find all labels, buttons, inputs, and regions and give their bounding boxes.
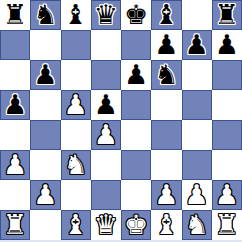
square-a1[interactable]: ♜ <box>0 210 30 240</box>
square-e5[interactable] <box>121 90 151 120</box>
square-a6[interactable] <box>0 60 30 90</box>
piece-black-knight[interactable]: ♞ <box>33 0 57 30</box>
square-h1[interactable]: ♜ <box>212 210 242 240</box>
square-b2[interactable]: ♟ <box>30 180 60 210</box>
square-g6[interactable] <box>182 60 212 90</box>
square-c6[interactable] <box>61 60 91 90</box>
square-e2[interactable] <box>121 180 151 210</box>
square-f1[interactable]: ♝ <box>151 210 181 240</box>
square-h5[interactable] <box>212 90 242 120</box>
square-g1[interactable]: ♞ <box>182 210 212 240</box>
square-g4[interactable] <box>182 120 212 150</box>
piece-black-pawn[interactable]: ♟ <box>185 30 209 60</box>
piece-white-bishop[interactable]: ♝ <box>154 210 178 240</box>
square-f6[interactable]: ♞ <box>151 60 181 90</box>
piece-black-bishop[interactable]: ♝ <box>64 0 88 30</box>
piece-white-pawn[interactable]: ♟ <box>215 180 239 210</box>
square-h4[interactable] <box>212 120 242 150</box>
square-c7[interactable] <box>61 30 91 60</box>
square-h7[interactable]: ♟ <box>212 30 242 60</box>
square-g5[interactable] <box>182 90 212 120</box>
square-g7[interactable]: ♟ <box>182 30 212 60</box>
piece-black-rook[interactable]: ♜ <box>215 0 239 30</box>
piece-black-pawn[interactable]: ♟ <box>215 30 239 60</box>
square-e3[interactable] <box>121 150 151 180</box>
square-d6[interactable] <box>91 60 121 90</box>
piece-black-pawn[interactable]: ♟ <box>33 60 57 90</box>
square-f8[interactable]: ♝ <box>151 0 181 30</box>
square-d7[interactable] <box>91 30 121 60</box>
square-b7[interactable] <box>30 30 60 60</box>
square-d5[interactable]: ♟ <box>91 90 121 120</box>
square-c1[interactable]: ♝ <box>61 210 91 240</box>
piece-white-rook[interactable]: ♜ <box>3 210 27 240</box>
piece-white-rook[interactable]: ♜ <box>215 210 239 240</box>
square-a3[interactable]: ♟ <box>0 150 30 180</box>
piece-black-pawn[interactable]: ♟ <box>124 60 148 90</box>
piece-black-pawn[interactable]: ♟ <box>94 90 118 120</box>
square-g8[interactable] <box>182 0 212 30</box>
square-c3[interactable]: ♞ <box>61 150 91 180</box>
square-h3[interactable] <box>212 150 242 180</box>
square-b8[interactable]: ♞ <box>30 0 60 30</box>
piece-black-queen[interactable]: ♛ <box>94 0 118 30</box>
square-e6[interactable]: ♟ <box>121 60 151 90</box>
square-b6[interactable]: ♟ <box>30 60 60 90</box>
piece-black-pawn[interactable]: ♟ <box>154 30 178 60</box>
square-d8[interactable]: ♛ <box>91 0 121 30</box>
square-c5[interactable]: ♟ <box>61 90 91 120</box>
square-e1[interactable]: ♚ <box>121 210 151 240</box>
piece-black-king[interactable]: ♚ <box>124 0 148 30</box>
piece-black-knight[interactable]: ♞ <box>154 60 178 90</box>
square-c2[interactable] <box>61 180 91 210</box>
square-b5[interactable] <box>30 90 60 120</box>
chess-app: ♜♞♝♛♚♝♜♟♟♟♟♟♞♟♟♟♟♟♞♟♟♟♟♜♝♛♚♝♞♜ <box>0 0 242 242</box>
square-h2[interactable]: ♟ <box>212 180 242 210</box>
square-h8[interactable]: ♜ <box>212 0 242 30</box>
square-e4[interactable] <box>121 120 151 150</box>
piece-white-pawn[interactable]: ♟ <box>154 180 178 210</box>
square-g3[interactable] <box>182 150 212 180</box>
square-b3[interactable] <box>30 150 60 180</box>
square-h6[interactable] <box>212 60 242 90</box>
square-g2[interactable]: ♟ <box>182 180 212 210</box>
piece-white-pawn[interactable]: ♟ <box>3 150 27 180</box>
square-d3[interactable] <box>91 150 121 180</box>
piece-white-queen[interactable]: ♛ <box>94 210 118 240</box>
square-a2[interactable] <box>0 180 30 210</box>
square-f7[interactable]: ♟ <box>151 30 181 60</box>
piece-white-king[interactable]: ♚ <box>124 210 148 240</box>
square-b4[interactable] <box>30 120 60 150</box>
square-c8[interactable]: ♝ <box>61 0 91 30</box>
square-d1[interactable]: ♛ <box>91 210 121 240</box>
square-a5[interactable]: ♟ <box>0 90 30 120</box>
chess-board: ♜♞♝♛♚♝♜♟♟♟♟♟♞♟♟♟♟♟♞♟♟♟♟♜♝♛♚♝♞♜ <box>0 0 242 240</box>
piece-black-rook[interactable]: ♜ <box>3 0 27 30</box>
piece-white-pawn[interactable]: ♟ <box>33 180 57 210</box>
square-f3[interactable] <box>151 150 181 180</box>
piece-white-pawn[interactable]: ♟ <box>185 180 209 210</box>
square-b1[interactable] <box>30 210 60 240</box>
piece-black-pawn[interactable]: ♟ <box>3 90 27 120</box>
square-c4[interactable] <box>61 120 91 150</box>
square-f4[interactable] <box>151 120 181 150</box>
piece-black-bishop[interactable]: ♝ <box>154 0 178 30</box>
piece-white-knight[interactable]: ♞ <box>185 210 209 240</box>
piece-white-knight[interactable]: ♞ <box>64 150 88 180</box>
square-e8[interactable]: ♚ <box>121 0 151 30</box>
square-f2[interactable]: ♟ <box>151 180 181 210</box>
piece-white-pawn[interactable]: ♟ <box>64 90 88 120</box>
square-a8[interactable]: ♜ <box>0 0 30 30</box>
piece-white-pawn[interactable]: ♟ <box>94 120 118 150</box>
square-a7[interactable] <box>0 30 30 60</box>
square-a4[interactable] <box>0 120 30 150</box>
piece-white-bishop[interactable]: ♝ <box>64 210 88 240</box>
square-f5[interactable] <box>151 90 181 120</box>
square-d4[interactable]: ♟ <box>91 120 121 150</box>
square-d2[interactable] <box>91 180 121 210</box>
square-e7[interactable] <box>121 30 151 60</box>
